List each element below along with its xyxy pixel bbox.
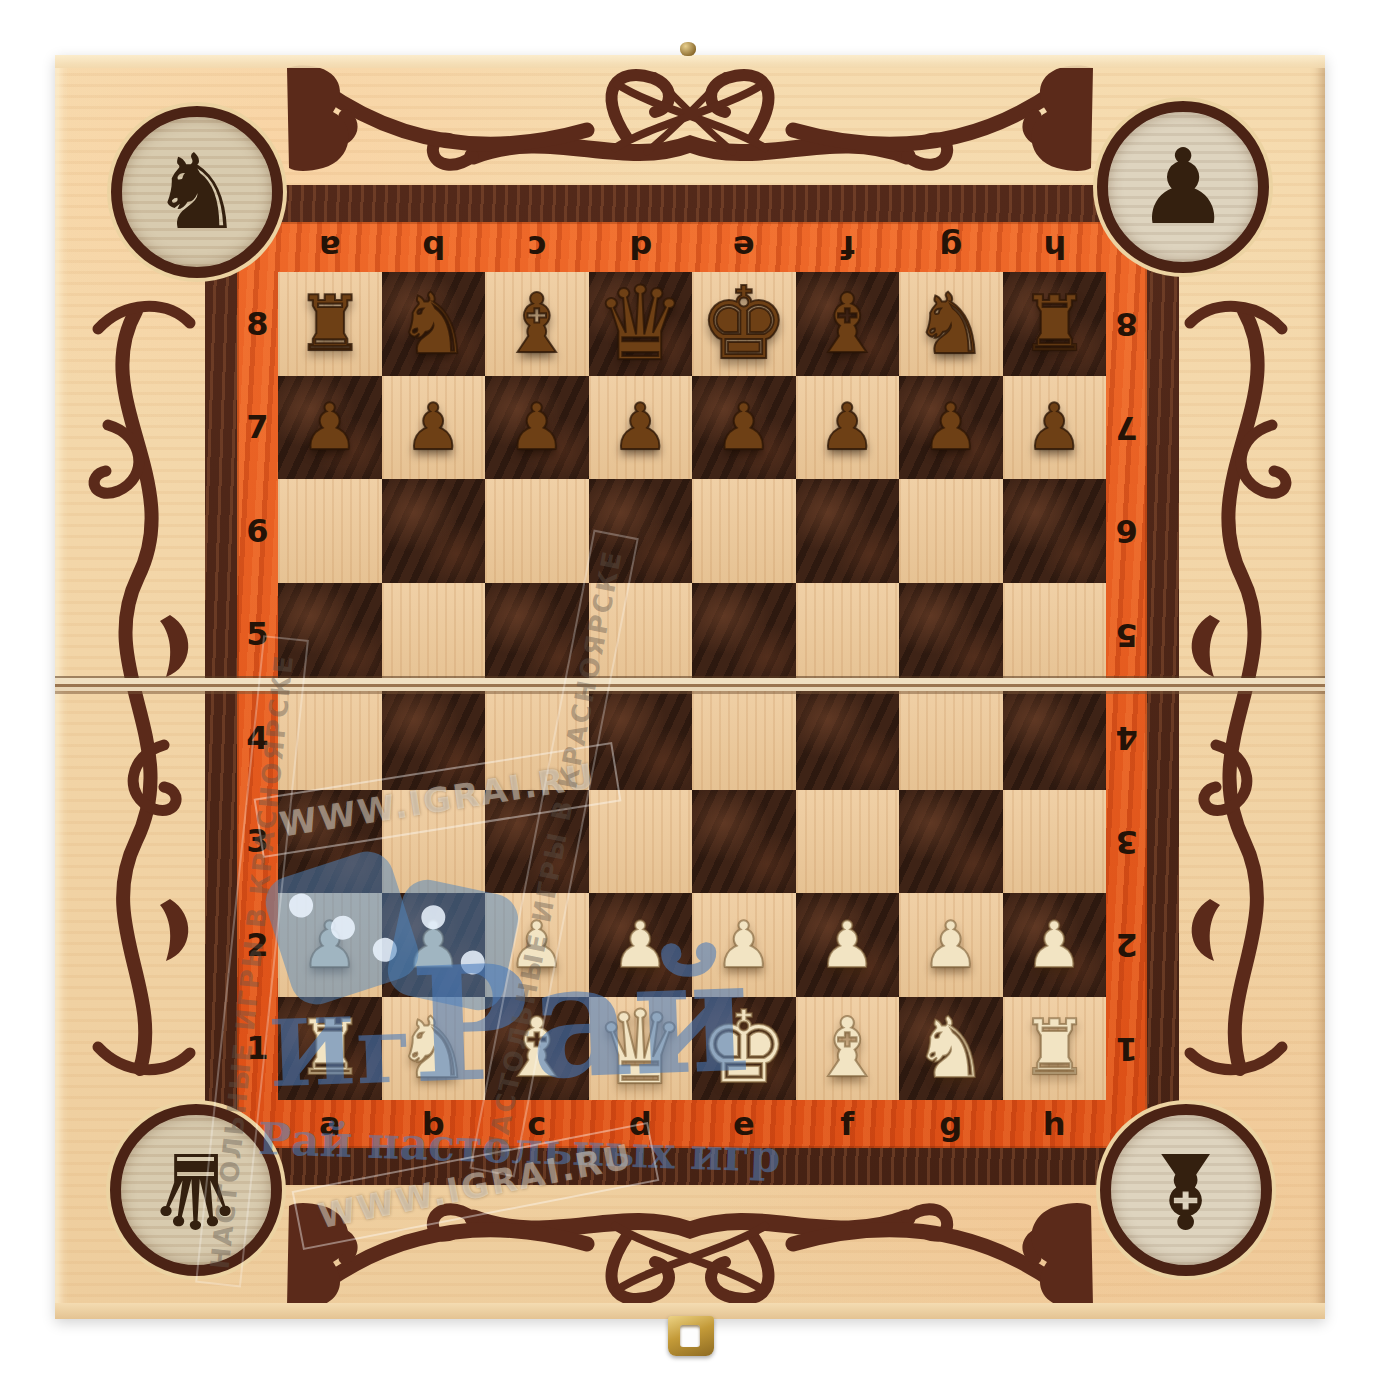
coord-label-7: 7 (1106, 376, 1147, 480)
black-pawn-c7[interactable]: ♟ (508, 395, 565, 459)
black-bishop-f8[interactable]: ♝ (810, 283, 884, 365)
square-c3[interactable] (485, 790, 589, 894)
black-knight-g8[interactable]: ♞ (913, 282, 988, 366)
coord-label-4: 4 (1106, 686, 1147, 790)
square-a5[interactable] (278, 583, 382, 687)
pawn-silhouette-icon: ♟ (1136, 135, 1229, 239)
marquetry-ornament-bottom (287, 1188, 1093, 1314)
square-g6[interactable] (899, 479, 1003, 583)
square-b1[interactable]: ♞ (382, 997, 486, 1101)
white-knight-b1[interactable]: ♞ (396, 1006, 471, 1090)
square-g8[interactable]: ♞ (899, 272, 1003, 376)
coord-label-5: 5 (1106, 583, 1147, 687)
square-d5[interactable] (589, 583, 693, 687)
black-queen-d8[interactable]: ♛ (595, 273, 686, 375)
corner-emblem-inverted-bishop: ♝ (1100, 1104, 1272, 1276)
square-c4[interactable] (485, 686, 589, 790)
square-d1[interactable]: ♛ (589, 997, 693, 1101)
brass-latch (668, 1316, 714, 1356)
coord-label-e: e (692, 222, 796, 272)
corner-emblem-pawn: ♟ (1097, 101, 1269, 273)
white-knight-g1[interactable]: ♞ (913, 1006, 988, 1090)
black-knight-b8[interactable]: ♞ (396, 282, 471, 366)
square-a2[interactable]: ♟ (278, 893, 382, 997)
knight-silhouette-icon: ♞ (150, 140, 243, 244)
white-pawn-f2[interactable]: ♟ (819, 913, 876, 977)
square-g5[interactable] (899, 583, 1003, 687)
black-bishop-c8[interactable]: ♝ (500, 283, 574, 365)
white-rook-a1[interactable]: ♜ (296, 1010, 364, 1086)
square-d3[interactable] (589, 790, 693, 894)
coord-label-g: g (899, 1100, 1003, 1148)
coord-label-8: 8 (1106, 272, 1147, 376)
black-pawn-d7[interactable]: ♟ (612, 395, 669, 459)
coord-label-6: 6 (1106, 479, 1147, 583)
square-h6[interactable] (1003, 479, 1107, 583)
coord-label-a: a (278, 222, 382, 272)
square-c1[interactable]: ♝ (485, 997, 589, 1101)
coord-label-6: 6 (237, 479, 278, 583)
square-b6[interactable] (382, 479, 486, 583)
white-pawn-a2[interactable]: ♟ (301, 913, 358, 977)
black-pawn-a7[interactable]: ♟ (301, 395, 358, 459)
black-pawn-e7[interactable]: ♟ (715, 395, 772, 459)
square-a7[interactable]: ♟ (278, 376, 382, 480)
coord-label-c: c (485, 222, 589, 272)
coord-label-8: 8 (237, 272, 278, 376)
coord-label-h: h (1003, 222, 1107, 272)
white-rook-h1[interactable]: ♜ (1020, 1010, 1088, 1086)
brass-hinge-pin (680, 42, 696, 56)
coord-label-3: 3 (237, 790, 278, 894)
black-king-e8[interactable]: ♚ (699, 274, 789, 374)
coord-label-2: 2 (237, 893, 278, 997)
square-d8[interactable]: ♛ (589, 272, 693, 376)
square-b8[interactable]: ♞ (382, 272, 486, 376)
white-bishop-f1[interactable]: ♝ (810, 1007, 884, 1089)
box-fold-seam (55, 676, 1325, 694)
coord-label-b: b (382, 222, 486, 272)
marquetry-ornament-top (287, 60, 1093, 186)
square-c8[interactable]: ♝ (485, 272, 589, 376)
black-pawn-b7[interactable]: ♟ (405, 395, 462, 459)
square-h3[interactable] (1003, 790, 1107, 894)
square-g7[interactable]: ♟ (899, 376, 1003, 480)
coord-label-c: c (485, 1100, 589, 1148)
coord-label-7: 7 (237, 376, 278, 480)
square-a1[interactable]: ♜ (278, 997, 382, 1101)
square-e1[interactable]: ♚ (692, 997, 796, 1101)
coord-label-g: g (899, 222, 1003, 272)
square-c7[interactable]: ♟ (485, 376, 589, 480)
square-e4[interactable] (692, 686, 796, 790)
square-d4[interactable] (589, 686, 693, 790)
white-pawn-d2[interactable]: ♟ (612, 913, 669, 977)
coord-label-f: f (796, 222, 900, 272)
inverted-queen-silhouette-icon: ♛ (149, 1138, 242, 1242)
square-a6[interactable] (278, 479, 382, 583)
square-g4[interactable] (899, 686, 1003, 790)
black-rook-a8[interactable]: ♜ (296, 286, 364, 362)
square-e8[interactable]: ♚ (692, 272, 796, 376)
coord-label-4: 4 (237, 686, 278, 790)
white-pawn-h2[interactable]: ♟ (1026, 913, 1083, 977)
square-f6[interactable] (796, 479, 900, 583)
white-bishop-c1[interactable]: ♝ (500, 1007, 574, 1089)
square-b5[interactable] (382, 583, 486, 687)
inverted-bishop-silhouette-icon: ♝ (1139, 1138, 1232, 1242)
square-b7[interactable]: ♟ (382, 376, 486, 480)
coord-label-5: 5 (237, 583, 278, 687)
white-queen-d1[interactable]: ♛ (595, 997, 686, 1099)
square-f7[interactable]: ♟ (796, 376, 900, 480)
corner-emblem-inverted-queen: ♛ (110, 1104, 282, 1276)
square-f4[interactable] (796, 686, 900, 790)
square-d6[interactable] (589, 479, 693, 583)
corner-emblem-knight: ♞ (111, 106, 283, 278)
square-f3[interactable] (796, 790, 900, 894)
square-e7[interactable]: ♟ (692, 376, 796, 480)
white-pawn-b2[interactable]: ♟ (405, 913, 462, 977)
square-h5[interactable] (1003, 583, 1107, 687)
square-g2[interactable]: ♟ (899, 893, 1003, 997)
box-top-edge (55, 55, 1325, 68)
coord-label-3: 3 (1106, 790, 1147, 894)
square-a4[interactable] (278, 686, 382, 790)
file-labels-top: abcdefgh (278, 222, 1106, 272)
coord-label-2: 2 (1106, 893, 1147, 997)
square-f2[interactable]: ♟ (796, 893, 900, 997)
square-h8[interactable]: ♜ (1003, 272, 1107, 376)
square-h2[interactable]: ♟ (1003, 893, 1107, 997)
square-b4[interactable] (382, 686, 486, 790)
white-pawn-c2[interactable]: ♟ (508, 913, 565, 977)
square-h1[interactable]: ♜ (1003, 997, 1107, 1101)
photo-stage: ♜♞♝♛♚♝♞♜♟♟♟♟♟♟♟♟♟♟♟♟♟♟♟♟♜♞♝♛♚♝♞♜ abcdefg… (0, 0, 1380, 1380)
white-pawn-g2[interactable]: ♟ (922, 913, 979, 977)
square-d2[interactable]: ♟ (589, 893, 693, 997)
square-g3[interactable] (899, 790, 1003, 894)
black-pawn-g7[interactable]: ♟ (922, 395, 979, 459)
coord-label-a: a (278, 1100, 382, 1148)
square-c2[interactable]: ♟ (485, 893, 589, 997)
square-d7[interactable]: ♟ (589, 376, 693, 480)
square-f1[interactable]: ♝ (796, 997, 900, 1101)
black-pawn-h7[interactable]: ♟ (1026, 395, 1083, 459)
square-g1[interactable]: ♞ (899, 997, 1003, 1101)
square-e6[interactable] (692, 479, 796, 583)
square-c5[interactable] (485, 583, 589, 687)
coord-label-e: e (692, 1100, 796, 1148)
coord-label-h: h (1003, 1100, 1107, 1148)
square-h4[interactable] (1003, 686, 1107, 790)
file-labels-bottom: abcdefgh (278, 1100, 1106, 1148)
square-b2[interactable]: ♟ (382, 893, 486, 997)
coord-label-d: d (589, 222, 693, 272)
square-e5[interactable] (692, 583, 796, 687)
coord-label-1: 1 (237, 997, 278, 1101)
coord-label-1: 1 (1106, 997, 1147, 1101)
square-c6[interactable] (485, 479, 589, 583)
square-h7[interactable]: ♟ (1003, 376, 1107, 480)
white-king-e1[interactable]: ♚ (699, 998, 789, 1098)
square-b3[interactable] (382, 790, 486, 894)
coord-label-d: d (589, 1100, 693, 1148)
square-f5[interactable] (796, 583, 900, 687)
square-e2[interactable]: ♟ (692, 893, 796, 997)
square-f8[interactable]: ♝ (796, 272, 900, 376)
square-e3[interactable] (692, 790, 796, 894)
square-a8[interactable]: ♜ (278, 272, 382, 376)
coord-label-b: b (382, 1100, 486, 1148)
black-pawn-f7[interactable]: ♟ (819, 395, 876, 459)
square-a3[interactable] (278, 790, 382, 894)
white-pawn-e2[interactable]: ♟ (715, 913, 772, 977)
black-rook-h8[interactable]: ♜ (1020, 286, 1088, 362)
coord-label-f: f (796, 1100, 900, 1148)
